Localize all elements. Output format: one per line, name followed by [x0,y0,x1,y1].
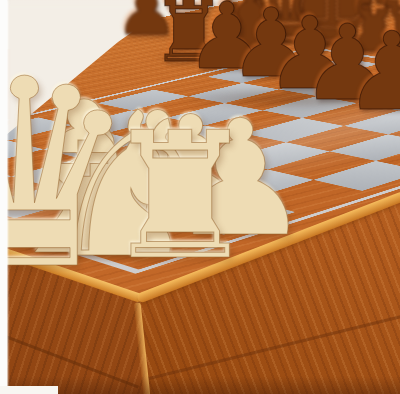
background-left-strip [0,0,7,394]
background-bottom-left-strip [0,386,58,394]
chess-set-photo: ♟♝♛♚♝♜♜♟♟♟♟♟♟♛♝♟♞♟♟♜♟ [0,0,400,394]
dark-pawn-6: ♟ [344,18,400,126]
white-queen: ♛ [0,45,141,305]
box-bottom-shadow [0,376,400,394]
